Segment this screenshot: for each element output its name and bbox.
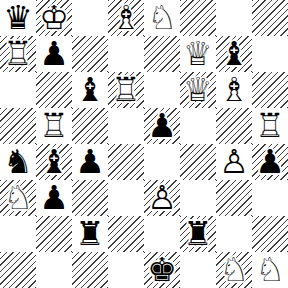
square-b3[interactable]: ♟♟ <box>36 180 72 216</box>
square-g6[interactable]: ♝♗ <box>216 72 252 108</box>
square-e7[interactable] <box>144 36 180 72</box>
piece-glyph: ♗ <box>108 0 144 36</box>
piece-glyph: ♞ <box>0 144 36 180</box>
square-a7[interactable]: ♜♖ <box>0 36 36 72</box>
piece-white-king[interactable]: ♚♔ <box>36 0 72 36</box>
piece-black-knight[interactable]: ♞♞ <box>0 144 36 180</box>
square-e1[interactable]: ♚♚ <box>144 252 180 288</box>
piece-white-queen[interactable]: ♛♕ <box>180 72 216 108</box>
square-d8[interactable]: ♝♗ <box>108 0 144 36</box>
piece-glyph: ♙ <box>216 144 252 180</box>
piece-glyph: ♛ <box>0 0 36 36</box>
square-h7[interactable] <box>252 36 288 72</box>
piece-white-rook[interactable]: ♜♖ <box>108 72 144 108</box>
square-a8[interactable]: ♛♛ <box>0 0 36 36</box>
chess-board: ♛♛♚♔♝♗♞♘♜♖♟♟♛♕♝♝♝♝♜♖♛♕♝♗♜♖♟♟♜♖♞♞♝♝♟♟♟♙♟♟… <box>0 0 288 288</box>
square-b4[interactable]: ♝♝ <box>36 144 72 180</box>
square-c5[interactable] <box>72 108 108 144</box>
piece-glyph: ♘ <box>144 0 180 36</box>
square-c1[interactable] <box>72 252 108 288</box>
square-g5[interactable] <box>216 108 252 144</box>
piece-black-pawn[interactable]: ♟♟ <box>36 180 72 216</box>
piece-glyph: ♘ <box>0 180 36 216</box>
square-b5[interactable]: ♜♖ <box>36 108 72 144</box>
square-f8[interactable] <box>180 0 216 36</box>
square-f1[interactable] <box>180 252 216 288</box>
piece-glyph: ♟ <box>252 144 288 180</box>
piece-black-pawn[interactable]: ♟♟ <box>144 108 180 144</box>
square-e3[interactable]: ♟♙ <box>144 180 180 216</box>
piece-black-pawn[interactable]: ♟♟ <box>36 36 72 72</box>
square-e5[interactable]: ♟♟ <box>144 108 180 144</box>
square-b8[interactable]: ♚♔ <box>36 0 72 36</box>
square-h8[interactable] <box>252 0 288 36</box>
square-h6[interactable] <box>252 72 288 108</box>
square-a2[interactable] <box>0 216 36 252</box>
square-h3[interactable] <box>252 180 288 216</box>
square-g7[interactable]: ♝♝ <box>216 36 252 72</box>
piece-black-bishop[interactable]: ♝♝ <box>72 72 108 108</box>
piece-black-rook[interactable]: ♜♜ <box>180 216 216 252</box>
square-h1[interactable]: ♞♘ <box>252 252 288 288</box>
square-d6[interactable]: ♜♖ <box>108 72 144 108</box>
square-g1[interactable]: ♞♘ <box>216 252 252 288</box>
piece-glyph: ♕ <box>180 72 216 108</box>
piece-white-pawn[interactable]: ♟♙ <box>216 144 252 180</box>
piece-white-knight[interactable]: ♞♘ <box>252 252 288 288</box>
piece-glyph: ♙ <box>144 180 180 216</box>
square-e8[interactable]: ♞♘ <box>144 0 180 36</box>
piece-glyph: ♟ <box>36 180 72 216</box>
piece-white-knight[interactable]: ♞♘ <box>216 252 252 288</box>
square-a1[interactable] <box>0 252 36 288</box>
square-c7[interactable] <box>72 36 108 72</box>
square-a3[interactable]: ♞♘ <box>0 180 36 216</box>
square-d2[interactable] <box>108 216 144 252</box>
square-h4[interactable]: ♟♟ <box>252 144 288 180</box>
piece-black-queen[interactable]: ♛♛ <box>0 0 36 36</box>
square-b7[interactable]: ♟♟ <box>36 36 72 72</box>
piece-white-bishop[interactable]: ♝♗ <box>108 0 144 36</box>
piece-glyph: ♘ <box>252 252 288 288</box>
piece-white-knight[interactable]: ♞♘ <box>0 180 36 216</box>
piece-white-rook[interactable]: ♜♖ <box>252 108 288 144</box>
piece-black-rook[interactable]: ♜♜ <box>72 216 108 252</box>
piece-white-rook[interactable]: ♜♖ <box>36 108 72 144</box>
square-f2[interactable]: ♜♜ <box>180 216 216 252</box>
square-f5[interactable] <box>180 108 216 144</box>
piece-glyph: ♝ <box>36 144 72 180</box>
square-c2[interactable]: ♜♜ <box>72 216 108 252</box>
piece-glyph: ♘ <box>216 252 252 288</box>
square-c8[interactable] <box>72 0 108 36</box>
piece-glyph: ♖ <box>108 72 144 108</box>
square-e2[interactable] <box>144 216 180 252</box>
square-f4[interactable] <box>180 144 216 180</box>
square-d7[interactable] <box>108 36 144 72</box>
piece-black-bishop[interactable]: ♝♝ <box>216 36 252 72</box>
piece-glyph: ♟ <box>36 36 72 72</box>
piece-glyph: ♖ <box>36 108 72 144</box>
piece-glyph: ♟ <box>72 144 108 180</box>
square-f3[interactable] <box>180 180 216 216</box>
square-a5[interactable] <box>0 108 36 144</box>
piece-glyph: ♖ <box>252 108 288 144</box>
square-h5[interactable]: ♜♖ <box>252 108 288 144</box>
piece-white-bishop[interactable]: ♝♗ <box>216 72 252 108</box>
square-g2[interactable] <box>216 216 252 252</box>
square-g8[interactable] <box>216 0 252 36</box>
piece-glyph: ♟ <box>144 108 180 144</box>
piece-white-queen[interactable]: ♛♕ <box>180 36 216 72</box>
piece-black-king[interactable]: ♚♚ <box>144 252 180 288</box>
square-c3[interactable] <box>72 180 108 216</box>
square-b1[interactable] <box>36 252 72 288</box>
square-h2[interactable] <box>252 216 288 252</box>
square-b2[interactable] <box>36 216 72 252</box>
piece-white-rook[interactable]: ♜♖ <box>0 36 36 72</box>
square-b6[interactable] <box>36 72 72 108</box>
piece-glyph: ♖ <box>0 36 36 72</box>
piece-glyph: ♝ <box>216 36 252 72</box>
square-d4[interactable] <box>108 144 144 180</box>
piece-glyph: ♚ <box>144 252 180 288</box>
square-e6[interactable] <box>144 72 180 108</box>
piece-glyph: ♜ <box>180 216 216 252</box>
piece-glyph: ♝ <box>72 72 108 108</box>
piece-glyph: ♗ <box>216 72 252 108</box>
piece-glyph: ♜ <box>72 216 108 252</box>
square-f6[interactable]: ♛♕ <box>180 72 216 108</box>
piece-black-pawn[interactable]: ♟♟ <box>252 144 288 180</box>
square-c6[interactable]: ♝♝ <box>72 72 108 108</box>
piece-black-bishop[interactable]: ♝♝ <box>36 144 72 180</box>
piece-glyph: ♕ <box>180 36 216 72</box>
square-d5[interactable] <box>108 108 144 144</box>
piece-glyph: ♔ <box>36 0 72 36</box>
square-c4[interactable]: ♟♟ <box>72 144 108 180</box>
square-d1[interactable] <box>108 252 144 288</box>
square-f7[interactable]: ♛♕ <box>180 36 216 72</box>
square-a6[interactable] <box>0 72 36 108</box>
square-e4[interactable] <box>144 144 180 180</box>
piece-white-knight[interactable]: ♞♘ <box>144 0 180 36</box>
square-g3[interactable] <box>216 180 252 216</box>
square-a4[interactable]: ♞♞ <box>0 144 36 180</box>
square-d3[interactable] <box>108 180 144 216</box>
piece-black-pawn[interactable]: ♟♟ <box>72 144 108 180</box>
square-g4[interactable]: ♟♙ <box>216 144 252 180</box>
piece-white-pawn[interactable]: ♟♙ <box>144 180 180 216</box>
